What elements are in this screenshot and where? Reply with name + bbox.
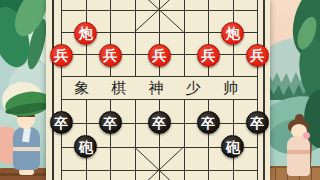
piece-red-soldier[interactable]: 兵: [197, 44, 220, 67]
piece-black-soldier[interactable]: 卒: [99, 111, 122, 134]
piece-layer: 炮炮兵兵兵兵兵卒卒卒卒卒砲砲: [49, 0, 270, 180]
piece-red-soldier[interactable]: 兵: [148, 44, 171, 67]
piece-red-soldier[interactable]: 兵: [246, 44, 269, 67]
piece-red-cannon[interactable]: 炮: [74, 22, 97, 45]
piece-red-soldier[interactable]: 兵: [99, 44, 122, 67]
piece-black-soldier[interactable]: 卒: [246, 111, 269, 134]
video-frame: 象 棋 神 少 帅 炮炮兵兵兵兵兵卒卒卒卒卒砲砲: [0, 0, 320, 180]
piece-black-soldier[interactable]: 卒: [148, 111, 171, 134]
piece-black-soldier[interactable]: 卒: [50, 111, 73, 134]
piece-black-cannon[interactable]: 砲: [74, 135, 97, 158]
piece-red-cannon[interactable]: 炮: [221, 22, 244, 45]
piece-black-soldier[interactable]: 卒: [197, 111, 220, 134]
piece-red-soldier[interactable]: 兵: [50, 44, 73, 67]
piece-black-cannon[interactable]: 砲: [221, 135, 244, 158]
